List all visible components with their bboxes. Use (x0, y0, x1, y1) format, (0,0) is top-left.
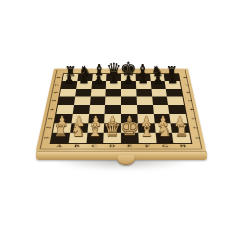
rank-label-right: 5 (186, 100, 192, 102)
square-b2 (70, 123, 88, 133)
file-label: H (179, 143, 186, 148)
square-h8 (164, 74, 180, 81)
square-b5 (74, 97, 91, 105)
square-f3 (137, 114, 154, 123)
box-front-edge (36, 151, 207, 160)
square-g6 (151, 89, 167, 97)
square-b6 (75, 89, 91, 97)
square-e3 (121, 114, 138, 123)
square-e7 (121, 81, 136, 89)
chess-board: ABCDEFGH 87654321 87654321 (36, 69, 207, 152)
square-a2 (53, 123, 71, 133)
product-photo: ABCDEFGH 87654321 87654321 ♜♞♝♛♚♝♞♜♟♟♟♟♟… (0, 0, 235, 235)
square-f2 (138, 123, 156, 133)
square-b3 (71, 114, 88, 123)
square-a3 (55, 114, 73, 123)
square-e5 (121, 97, 137, 105)
square-a4 (56, 105, 73, 114)
square-h7 (165, 81, 181, 89)
square-e6 (121, 89, 136, 97)
square-f8 (135, 74, 150, 81)
square-c5 (90, 97, 106, 105)
square-d4 (105, 105, 121, 114)
rank-label-left: 1 (42, 137, 49, 139)
square-g4 (153, 105, 170, 114)
square-c7 (91, 81, 106, 89)
rank-label-left: 3 (46, 117, 53, 119)
square-g7 (150, 81, 166, 89)
rank-label-right: 3 (189, 117, 196, 119)
square-g8 (150, 74, 165, 81)
rank-label-right: 8 (181, 77, 187, 78)
file-label: B (74, 143, 80, 148)
square-h2 (171, 123, 189, 133)
square-g5 (152, 97, 169, 105)
rank-label-left: 4 (48, 109, 54, 111)
square-b8 (77, 74, 92, 81)
square-b7 (76, 81, 92, 89)
square-d2 (104, 123, 121, 133)
square-a7 (61, 81, 77, 89)
file-label: A (56, 143, 63, 148)
square-d3 (104, 114, 121, 123)
square-b4 (73, 105, 90, 114)
square-d5 (105, 97, 121, 105)
rank-label-right: 7 (183, 84, 189, 85)
rank-label-left: 2 (44, 127, 51, 129)
square-g3 (153, 114, 170, 123)
file-label: C (91, 143, 97, 148)
square-h3 (169, 114, 187, 123)
file-label: G (162, 143, 169, 148)
rank-label-right: 1 (193, 137, 200, 139)
square-d6 (106, 89, 121, 97)
file-labels: ABCDEFGH (50, 142, 193, 150)
square-d8 (106, 74, 121, 81)
square-c6 (90, 89, 106, 97)
square-h5 (167, 97, 184, 105)
rank-label-left: 7 (53, 84, 59, 85)
square-h6 (166, 89, 182, 97)
square-h4 (168, 105, 185, 114)
square-c8 (92, 74, 107, 81)
square-e4 (121, 105, 137, 114)
file-label: D (109, 143, 115, 148)
square-f4 (137, 105, 154, 114)
square-a6 (60, 89, 76, 97)
square-c4 (89, 105, 106, 114)
square-f5 (136, 97, 152, 105)
rank-label-right: 6 (184, 92, 190, 94)
file-label: E (127, 143, 132, 148)
rank-label-right: 2 (191, 127, 198, 129)
square-c3 (88, 114, 105, 123)
square-f7 (136, 81, 151, 89)
square-e2 (121, 123, 138, 133)
square-a5 (58, 97, 75, 105)
file-label: F (145, 143, 150, 148)
square-g2 (154, 123, 172, 133)
square-a8 (62, 74, 78, 81)
square-d7 (106, 81, 121, 89)
square-e8 (121, 74, 136, 81)
square-f6 (136, 89, 152, 97)
rank-label-right: 4 (188, 109, 194, 111)
board-grid (51, 74, 191, 143)
rank-label-left: 6 (51, 92, 57, 94)
rank-label-left: 8 (55, 77, 61, 78)
rank-label-left: 5 (50, 100, 56, 102)
square-c2 (87, 123, 105, 133)
